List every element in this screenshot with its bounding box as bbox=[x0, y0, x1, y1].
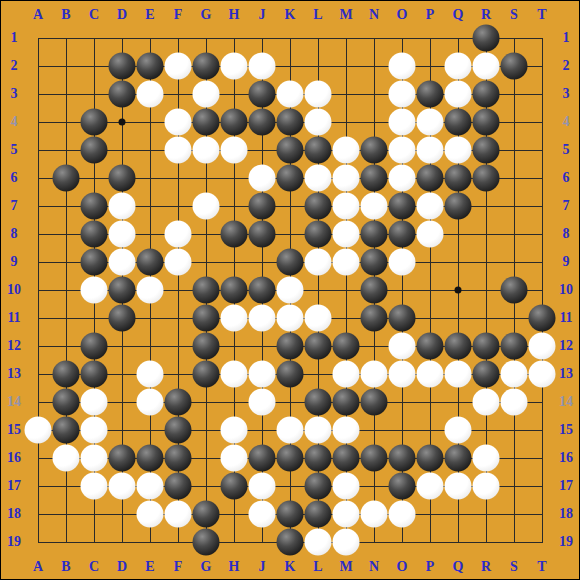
intersection-q17[interactable] bbox=[444, 472, 472, 500]
intersection-b18[interactable] bbox=[52, 500, 80, 528]
intersection-e6[interactable] bbox=[136, 164, 164, 192]
intersection-k4[interactable] bbox=[276, 108, 304, 136]
intersection-q1[interactable] bbox=[444, 24, 472, 52]
intersection-k7[interactable] bbox=[276, 192, 304, 220]
intersection-e18[interactable] bbox=[136, 500, 164, 528]
intersection-c9[interactable] bbox=[80, 248, 108, 276]
intersection-e15[interactable] bbox=[136, 416, 164, 444]
intersection-c7[interactable] bbox=[80, 192, 108, 220]
intersection-j11[interactable] bbox=[248, 304, 276, 332]
intersection-o12[interactable] bbox=[388, 332, 416, 360]
intersection-n5[interactable] bbox=[360, 136, 388, 164]
intersection-k11[interactable] bbox=[276, 304, 304, 332]
intersection-r19[interactable] bbox=[472, 528, 500, 556]
intersection-p2[interactable] bbox=[416, 52, 444, 80]
intersection-l12[interactable] bbox=[304, 332, 332, 360]
intersection-f17[interactable] bbox=[164, 472, 192, 500]
intersection-o5[interactable] bbox=[388, 136, 416, 164]
intersection-m3[interactable] bbox=[332, 80, 360, 108]
intersection-m6[interactable] bbox=[332, 164, 360, 192]
intersection-m12[interactable] bbox=[332, 332, 360, 360]
intersection-n11[interactable] bbox=[360, 304, 388, 332]
intersection-g11[interactable] bbox=[192, 304, 220, 332]
intersection-g15[interactable] bbox=[192, 416, 220, 444]
intersection-m11[interactable] bbox=[332, 304, 360, 332]
intersection-o4[interactable] bbox=[388, 108, 416, 136]
intersection-l2[interactable] bbox=[304, 52, 332, 80]
intersection-h10[interactable] bbox=[220, 276, 248, 304]
intersection-h9[interactable] bbox=[220, 248, 248, 276]
intersection-e19[interactable] bbox=[136, 528, 164, 556]
intersection-k1[interactable] bbox=[276, 24, 304, 52]
intersection-c14[interactable] bbox=[80, 388, 108, 416]
intersection-e14[interactable] bbox=[136, 388, 164, 416]
intersection-f18[interactable] bbox=[164, 500, 192, 528]
intersection-t2[interactable] bbox=[528, 52, 556, 80]
intersection-o14[interactable] bbox=[388, 388, 416, 416]
intersection-j6[interactable] bbox=[248, 164, 276, 192]
intersection-h14[interactable] bbox=[220, 388, 248, 416]
intersection-r11[interactable] bbox=[472, 304, 500, 332]
intersection-f14[interactable] bbox=[164, 388, 192, 416]
intersection-f1[interactable] bbox=[164, 24, 192, 52]
intersection-b9[interactable] bbox=[52, 248, 80, 276]
intersection-n14[interactable] bbox=[360, 388, 388, 416]
intersection-a4[interactable] bbox=[24, 108, 52, 136]
intersection-e3[interactable] bbox=[136, 80, 164, 108]
intersection-h16[interactable] bbox=[220, 444, 248, 472]
intersection-c19[interactable] bbox=[80, 528, 108, 556]
intersection-b17[interactable] bbox=[52, 472, 80, 500]
intersection-s12[interactable] bbox=[500, 332, 528, 360]
intersection-b14[interactable] bbox=[52, 388, 80, 416]
intersection-a3[interactable] bbox=[24, 80, 52, 108]
intersection-d10[interactable] bbox=[108, 276, 136, 304]
intersection-n3[interactable] bbox=[360, 80, 388, 108]
intersection-t16[interactable] bbox=[528, 444, 556, 472]
intersection-a16[interactable] bbox=[24, 444, 52, 472]
intersection-f9[interactable] bbox=[164, 248, 192, 276]
intersection-f4[interactable] bbox=[164, 108, 192, 136]
intersection-b12[interactable] bbox=[52, 332, 80, 360]
intersection-j17[interactable] bbox=[248, 472, 276, 500]
intersection-r3[interactable] bbox=[472, 80, 500, 108]
intersection-f16[interactable] bbox=[164, 444, 192, 472]
intersection-q8[interactable] bbox=[444, 220, 472, 248]
intersection-h11[interactable] bbox=[220, 304, 248, 332]
intersection-m18[interactable] bbox=[332, 500, 360, 528]
intersection-l6[interactable] bbox=[304, 164, 332, 192]
intersection-m5[interactable] bbox=[332, 136, 360, 164]
intersection-e5[interactable] bbox=[136, 136, 164, 164]
intersection-h15[interactable] bbox=[220, 416, 248, 444]
intersection-t9[interactable] bbox=[528, 248, 556, 276]
intersection-t5[interactable] bbox=[528, 136, 556, 164]
intersection-a11[interactable] bbox=[24, 304, 52, 332]
intersection-s7[interactable] bbox=[500, 192, 528, 220]
intersection-l5[interactable] bbox=[304, 136, 332, 164]
intersection-e2[interactable] bbox=[136, 52, 164, 80]
intersection-r15[interactable] bbox=[472, 416, 500, 444]
intersection-o8[interactable] bbox=[388, 220, 416, 248]
intersection-o6[interactable] bbox=[388, 164, 416, 192]
intersection-g14[interactable] bbox=[192, 388, 220, 416]
intersection-d6[interactable] bbox=[108, 164, 136, 192]
intersection-p17[interactable] bbox=[416, 472, 444, 500]
intersection-f6[interactable] bbox=[164, 164, 192, 192]
intersection-f7[interactable] bbox=[164, 192, 192, 220]
intersection-r4[interactable] bbox=[472, 108, 500, 136]
intersection-b8[interactable] bbox=[52, 220, 80, 248]
intersection-r2[interactable] bbox=[472, 52, 500, 80]
intersection-n10[interactable] bbox=[360, 276, 388, 304]
intersection-a17[interactable] bbox=[24, 472, 52, 500]
intersection-g10[interactable] bbox=[192, 276, 220, 304]
intersection-f3[interactable] bbox=[164, 80, 192, 108]
intersection-r12[interactable] bbox=[472, 332, 500, 360]
intersection-d4[interactable] bbox=[108, 108, 136, 136]
intersection-d19[interactable] bbox=[108, 528, 136, 556]
intersection-j19[interactable] bbox=[248, 528, 276, 556]
intersection-p7[interactable] bbox=[416, 192, 444, 220]
intersection-j16[interactable] bbox=[248, 444, 276, 472]
intersection-r16[interactable] bbox=[472, 444, 500, 472]
intersection-d15[interactable] bbox=[108, 416, 136, 444]
intersection-t11[interactable] bbox=[528, 304, 556, 332]
intersection-o10[interactable] bbox=[388, 276, 416, 304]
intersection-n9[interactable] bbox=[360, 248, 388, 276]
intersection-m2[interactable] bbox=[332, 52, 360, 80]
intersection-p8[interactable] bbox=[416, 220, 444, 248]
intersection-j18[interactable] bbox=[248, 500, 276, 528]
intersection-g19[interactable] bbox=[192, 528, 220, 556]
intersection-n7[interactable] bbox=[360, 192, 388, 220]
intersection-c11[interactable] bbox=[80, 304, 108, 332]
intersection-o17[interactable] bbox=[388, 472, 416, 500]
intersection-r18[interactable] bbox=[472, 500, 500, 528]
intersection-c17[interactable] bbox=[80, 472, 108, 500]
intersection-n8[interactable] bbox=[360, 220, 388, 248]
intersection-q15[interactable] bbox=[444, 416, 472, 444]
intersection-b10[interactable] bbox=[52, 276, 80, 304]
intersection-f19[interactable] bbox=[164, 528, 192, 556]
intersection-d16[interactable] bbox=[108, 444, 136, 472]
intersection-l14[interactable] bbox=[304, 388, 332, 416]
intersection-h1[interactable] bbox=[220, 24, 248, 52]
intersection-j7[interactable] bbox=[248, 192, 276, 220]
intersection-q6[interactable] bbox=[444, 164, 472, 192]
intersection-n18[interactable] bbox=[360, 500, 388, 528]
intersection-m17[interactable] bbox=[332, 472, 360, 500]
intersection-a5[interactable] bbox=[24, 136, 52, 164]
intersection-r10[interactable] bbox=[472, 276, 500, 304]
intersection-g16[interactable] bbox=[192, 444, 220, 472]
intersection-o1[interactable] bbox=[388, 24, 416, 52]
intersection-r14[interactable] bbox=[472, 388, 500, 416]
intersection-c2[interactable] bbox=[80, 52, 108, 80]
intersection-s15[interactable] bbox=[500, 416, 528, 444]
intersection-n19[interactable] bbox=[360, 528, 388, 556]
intersection-e11[interactable] bbox=[136, 304, 164, 332]
intersection-h3[interactable] bbox=[220, 80, 248, 108]
intersection-e4[interactable] bbox=[136, 108, 164, 136]
intersection-r9[interactable] bbox=[472, 248, 500, 276]
intersection-e10[interactable] bbox=[136, 276, 164, 304]
intersection-n17[interactable] bbox=[360, 472, 388, 500]
intersection-r7[interactable] bbox=[472, 192, 500, 220]
intersection-l13[interactable] bbox=[304, 360, 332, 388]
intersection-p1[interactable] bbox=[416, 24, 444, 52]
intersection-q2[interactable] bbox=[444, 52, 472, 80]
intersection-b16[interactable] bbox=[52, 444, 80, 472]
intersection-q10[interactable] bbox=[444, 276, 472, 304]
intersection-m13[interactable] bbox=[332, 360, 360, 388]
intersection-k3[interactable] bbox=[276, 80, 304, 108]
intersection-t4[interactable] bbox=[528, 108, 556, 136]
intersection-d12[interactable] bbox=[108, 332, 136, 360]
intersection-o13[interactable] bbox=[388, 360, 416, 388]
intersection-l11[interactable] bbox=[304, 304, 332, 332]
intersection-t10[interactable] bbox=[528, 276, 556, 304]
intersection-g18[interactable] bbox=[192, 500, 220, 528]
intersection-a19[interactable] bbox=[24, 528, 52, 556]
intersection-e7[interactable] bbox=[136, 192, 164, 220]
intersection-h13[interactable] bbox=[220, 360, 248, 388]
intersection-t14[interactable] bbox=[528, 388, 556, 416]
intersection-p10[interactable] bbox=[416, 276, 444, 304]
intersection-h12[interactable] bbox=[220, 332, 248, 360]
intersection-d5[interactable] bbox=[108, 136, 136, 164]
intersection-j4[interactable] bbox=[248, 108, 276, 136]
intersection-b4[interactable] bbox=[52, 108, 80, 136]
intersection-c10[interactable] bbox=[80, 276, 108, 304]
intersection-k9[interactable] bbox=[276, 248, 304, 276]
intersection-k13[interactable] bbox=[276, 360, 304, 388]
intersection-n6[interactable] bbox=[360, 164, 388, 192]
intersection-e8[interactable] bbox=[136, 220, 164, 248]
intersection-l4[interactable] bbox=[304, 108, 332, 136]
intersection-o3[interactable] bbox=[388, 80, 416, 108]
intersection-k10[interactable] bbox=[276, 276, 304, 304]
intersection-h17[interactable] bbox=[220, 472, 248, 500]
intersection-k19[interactable] bbox=[276, 528, 304, 556]
intersection-n12[interactable] bbox=[360, 332, 388, 360]
intersection-t6[interactable] bbox=[528, 164, 556, 192]
intersection-a9[interactable] bbox=[24, 248, 52, 276]
intersection-o11[interactable] bbox=[388, 304, 416, 332]
intersection-d3[interactable] bbox=[108, 80, 136, 108]
intersection-r13[interactable] bbox=[472, 360, 500, 388]
intersection-p19[interactable] bbox=[416, 528, 444, 556]
intersection-e9[interactable] bbox=[136, 248, 164, 276]
intersection-q4[interactable] bbox=[444, 108, 472, 136]
intersection-p3[interactable] bbox=[416, 80, 444, 108]
intersection-p5[interactable] bbox=[416, 136, 444, 164]
intersection-s8[interactable] bbox=[500, 220, 528, 248]
intersection-l10[interactable] bbox=[304, 276, 332, 304]
intersection-c4[interactable] bbox=[80, 108, 108, 136]
intersection-j9[interactable] bbox=[248, 248, 276, 276]
intersection-k12[interactable] bbox=[276, 332, 304, 360]
intersection-q5[interactable] bbox=[444, 136, 472, 164]
intersection-s19[interactable] bbox=[500, 528, 528, 556]
intersection-k5[interactable] bbox=[276, 136, 304, 164]
intersection-r6[interactable] bbox=[472, 164, 500, 192]
intersection-g17[interactable] bbox=[192, 472, 220, 500]
intersection-j2[interactable] bbox=[248, 52, 276, 80]
intersection-p13[interactable] bbox=[416, 360, 444, 388]
intersection-e12[interactable] bbox=[136, 332, 164, 360]
intersection-q9[interactable] bbox=[444, 248, 472, 276]
intersection-a14[interactable] bbox=[24, 388, 52, 416]
intersection-o2[interactable] bbox=[388, 52, 416, 80]
intersection-d18[interactable] bbox=[108, 500, 136, 528]
intersection-l7[interactable] bbox=[304, 192, 332, 220]
intersection-c13[interactable] bbox=[80, 360, 108, 388]
intersection-l9[interactable] bbox=[304, 248, 332, 276]
intersection-g13[interactable] bbox=[192, 360, 220, 388]
intersection-q14[interactable] bbox=[444, 388, 472, 416]
intersection-e17[interactable] bbox=[136, 472, 164, 500]
intersection-p18[interactable] bbox=[416, 500, 444, 528]
intersection-a18[interactable] bbox=[24, 500, 52, 528]
intersection-s2[interactable] bbox=[500, 52, 528, 80]
intersection-j14[interactable] bbox=[248, 388, 276, 416]
intersection-t7[interactable] bbox=[528, 192, 556, 220]
intersection-f5[interactable] bbox=[164, 136, 192, 164]
intersection-d9[interactable] bbox=[108, 248, 136, 276]
intersection-o7[interactable] bbox=[388, 192, 416, 220]
intersection-p12[interactable] bbox=[416, 332, 444, 360]
intersection-k18[interactable] bbox=[276, 500, 304, 528]
intersection-p9[interactable] bbox=[416, 248, 444, 276]
intersection-m1[interactable] bbox=[332, 24, 360, 52]
intersection-f13[interactable] bbox=[164, 360, 192, 388]
intersection-c18[interactable] bbox=[80, 500, 108, 528]
intersection-m14[interactable] bbox=[332, 388, 360, 416]
intersection-c8[interactable] bbox=[80, 220, 108, 248]
intersection-b15[interactable] bbox=[52, 416, 80, 444]
intersection-e13[interactable] bbox=[136, 360, 164, 388]
intersection-k8[interactable] bbox=[276, 220, 304, 248]
intersection-r8[interactable] bbox=[472, 220, 500, 248]
intersection-s11[interactable] bbox=[500, 304, 528, 332]
intersection-q18[interactable] bbox=[444, 500, 472, 528]
intersection-q19[interactable] bbox=[444, 528, 472, 556]
intersection-h6[interactable] bbox=[220, 164, 248, 192]
intersection-t18[interactable] bbox=[528, 500, 556, 528]
intersection-r17[interactable] bbox=[472, 472, 500, 500]
intersection-q3[interactable] bbox=[444, 80, 472, 108]
intersection-p15[interactable] bbox=[416, 416, 444, 444]
intersection-b19[interactable] bbox=[52, 528, 80, 556]
intersection-b5[interactable] bbox=[52, 136, 80, 164]
intersection-j8[interactable] bbox=[248, 220, 276, 248]
intersection-s5[interactable] bbox=[500, 136, 528, 164]
intersection-p4[interactable] bbox=[416, 108, 444, 136]
intersection-t13[interactable] bbox=[528, 360, 556, 388]
intersection-d7[interactable] bbox=[108, 192, 136, 220]
intersection-g3[interactable] bbox=[192, 80, 220, 108]
intersection-a6[interactable] bbox=[24, 164, 52, 192]
intersection-c1[interactable] bbox=[80, 24, 108, 52]
intersection-o18[interactable] bbox=[388, 500, 416, 528]
intersection-m7[interactable] bbox=[332, 192, 360, 220]
intersection-s4[interactable] bbox=[500, 108, 528, 136]
intersection-l16[interactable] bbox=[304, 444, 332, 472]
intersection-d14[interactable] bbox=[108, 388, 136, 416]
intersection-n1[interactable] bbox=[360, 24, 388, 52]
intersection-s17[interactable] bbox=[500, 472, 528, 500]
intersection-t17[interactable] bbox=[528, 472, 556, 500]
intersection-a13[interactable] bbox=[24, 360, 52, 388]
intersection-t19[interactable] bbox=[528, 528, 556, 556]
intersection-q13[interactable] bbox=[444, 360, 472, 388]
intersection-g8[interactable] bbox=[192, 220, 220, 248]
intersection-a8[interactable] bbox=[24, 220, 52, 248]
intersection-j1[interactable] bbox=[248, 24, 276, 52]
intersection-n4[interactable] bbox=[360, 108, 388, 136]
intersection-q11[interactable] bbox=[444, 304, 472, 332]
intersection-g6[interactable] bbox=[192, 164, 220, 192]
intersection-p11[interactable] bbox=[416, 304, 444, 332]
intersection-b11[interactable] bbox=[52, 304, 80, 332]
intersection-d11[interactable] bbox=[108, 304, 136, 332]
intersection-d13[interactable] bbox=[108, 360, 136, 388]
intersection-b7[interactable] bbox=[52, 192, 80, 220]
intersection-j10[interactable] bbox=[248, 276, 276, 304]
intersection-d2[interactable] bbox=[108, 52, 136, 80]
intersection-k2[interactable] bbox=[276, 52, 304, 80]
intersection-m8[interactable] bbox=[332, 220, 360, 248]
intersection-g5[interactable] bbox=[192, 136, 220, 164]
intersection-f2[interactable] bbox=[164, 52, 192, 80]
intersection-t1[interactable] bbox=[528, 24, 556, 52]
intersection-f11[interactable] bbox=[164, 304, 192, 332]
intersection-r1[interactable] bbox=[472, 24, 500, 52]
intersection-g7[interactable] bbox=[192, 192, 220, 220]
intersection-k14[interactable] bbox=[276, 388, 304, 416]
intersection-h7[interactable] bbox=[220, 192, 248, 220]
intersection-m10[interactable] bbox=[332, 276, 360, 304]
intersection-m4[interactable] bbox=[332, 108, 360, 136]
intersection-g1[interactable] bbox=[192, 24, 220, 52]
intersection-l19[interactable] bbox=[304, 528, 332, 556]
intersection-h8[interactable] bbox=[220, 220, 248, 248]
intersection-s14[interactable] bbox=[500, 388, 528, 416]
intersection-d8[interactable] bbox=[108, 220, 136, 248]
intersection-g12[interactable] bbox=[192, 332, 220, 360]
intersection-h19[interactable] bbox=[220, 528, 248, 556]
intersection-a1[interactable] bbox=[24, 24, 52, 52]
intersection-d1[interactable] bbox=[108, 24, 136, 52]
intersection-m19[interactable] bbox=[332, 528, 360, 556]
intersection-n16[interactable] bbox=[360, 444, 388, 472]
intersection-t8[interactable] bbox=[528, 220, 556, 248]
intersection-j15[interactable] bbox=[248, 416, 276, 444]
intersection-a2[interactable] bbox=[24, 52, 52, 80]
intersection-a15[interactable] bbox=[24, 416, 52, 444]
intersection-j13[interactable] bbox=[248, 360, 276, 388]
intersection-b2[interactable] bbox=[52, 52, 80, 80]
intersection-l15[interactable] bbox=[304, 416, 332, 444]
intersection-c15[interactable] bbox=[80, 416, 108, 444]
intersection-f15[interactable] bbox=[164, 416, 192, 444]
intersection-p14[interactable] bbox=[416, 388, 444, 416]
intersection-r5[interactable] bbox=[472, 136, 500, 164]
intersection-g9[interactable] bbox=[192, 248, 220, 276]
intersection-m15[interactable] bbox=[332, 416, 360, 444]
